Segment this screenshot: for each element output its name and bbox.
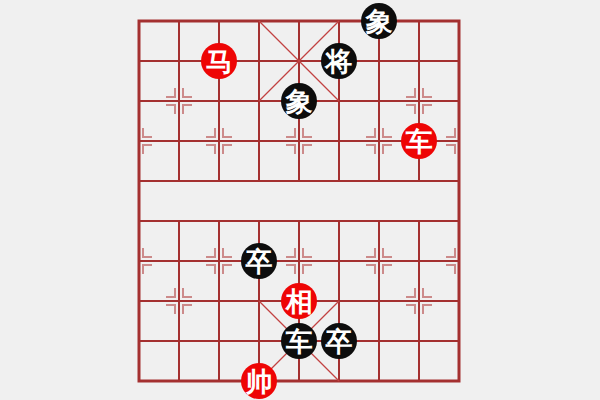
piece-red-chariot[interactable]: 车 <box>401 123 437 159</box>
piece-black-elephant[interactable]: 象 <box>361 3 397 39</box>
piece-red-horse[interactable]: 马 <box>201 43 237 79</box>
piece-black-general[interactable]: 将 <box>321 43 357 79</box>
piece-black-soldier[interactable]: 卒 <box>241 243 277 279</box>
piece-red-elephant[interactable]: 相 <box>281 283 317 319</box>
piece-red-general[interactable]: 帅 <box>241 363 277 399</box>
pieces-layer: 象马将象车卒相车卒帅 <box>119 1 479 400</box>
xiangqi-board: 象马将象车卒相车卒帅 <box>119 1 479 400</box>
piece-black-soldier[interactable]: 卒 <box>321 323 357 359</box>
piece-black-elephant[interactable]: 象 <box>281 83 317 119</box>
piece-black-chariot[interactable]: 车 <box>281 323 317 359</box>
xiangqi-diagram: 象马将象车卒相车卒帅 <box>0 0 600 400</box>
